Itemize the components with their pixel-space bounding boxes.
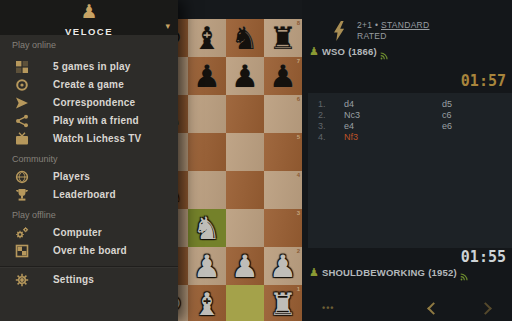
sidebar-item-label: 5 games in play (53, 61, 130, 72)
top-player-row[interactable]: ♟ WSO (1866) (309, 45, 389, 57)
section-header-play-online: Play online (0, 38, 178, 53)
paper-plane-icon (15, 95, 30, 109)
move-3-black[interactable]: e6 (442, 121, 512, 132)
move-row-2: 2.Nc3c6 (318, 110, 512, 121)
square-h2[interactable]: ♟2 (264, 247, 302, 285)
chevron-down-icon[interactable]: ▾ (165, 21, 170, 31)
game-panel: 2+1 • STANDARD RATED ♟ WSO (1866) 01:57 … (302, 0, 512, 321)
move-back-button[interactable] (407, 295, 460, 321)
account-name: VELOCE (65, 26, 113, 37)
section-header-play-offline: Play offline (0, 208, 178, 223)
square-g7[interactable]: ♟ (226, 57, 264, 95)
game-menu-button[interactable]: ••• (302, 295, 355, 321)
lightning-icon (334, 20, 345, 42)
tv-icon (15, 131, 30, 145)
square-h6[interactable]: 6 (264, 95, 302, 133)
menu-divider (0, 266, 178, 267)
rank-label-1: 1 (297, 286, 300, 292)
pawn-icon: ♟ (309, 46, 319, 57)
move-number: 3. (318, 121, 344, 132)
square-f1[interactable]: ♝ (188, 285, 226, 321)
sidebar-item-over-the-board[interactable]: Over the board (0, 241, 178, 259)
top-player-rating: (1866) (348, 46, 377, 57)
signal-icon (460, 267, 469, 276)
move-row-4: 4.Nf3 (318, 132, 512, 143)
move-forward-button[interactable] (460, 295, 512, 321)
square-f4[interactable] (188, 171, 226, 209)
square-g3[interactable] (226, 209, 264, 247)
bottom-player-clock: 01:55 (461, 248, 506, 266)
sidebar-item-players[interactable]: Players (0, 167, 178, 185)
move-list[interactable]: 1.d4d52.Nc3c63.e4e64.Nf3 (308, 93, 512, 248)
sidebar-item-label: Watch Lichess TV (53, 133, 141, 144)
top-player-name: WSO (322, 46, 345, 57)
square-h8[interactable]: ♜8 (264, 19, 302, 57)
sidebar-item-label: Settings (53, 274, 94, 285)
top-player-clock: 01:57 (461, 72, 506, 90)
piece-black-pawn[interactable]: ♟ (188, 57, 226, 95)
target-icon (15, 77, 30, 91)
piece-white-pawn[interactable]: ♟ (188, 247, 226, 285)
square-g6[interactable] (226, 95, 264, 133)
board-icon (15, 243, 30, 257)
sidebar-item-label: Computer (53, 227, 102, 238)
piece-black-bishop[interactable]: ♝ (188, 19, 226, 57)
piece-black-pawn[interactable]: ♟ (226, 57, 264, 95)
pawn-logo-icon: ♟ (0, 0, 178, 21)
sidebar-item-label: Play with a friend (53, 115, 139, 126)
sidebar-item-computer[interactable]: Computer (0, 223, 178, 241)
piece-black-knight[interactable]: ♞ (226, 19, 264, 57)
move-number: 2. (318, 110, 344, 121)
navigation-drawer: ♟ VELOCE ▾ Play online5 games in playCre… (0, 0, 178, 321)
square-h7[interactable]: ♟7 (264, 57, 302, 95)
pawn-icon: ♟ (309, 267, 319, 278)
sidebar-item-label: Leaderboard (53, 189, 116, 200)
bottom-player-rating: (1952) (428, 267, 457, 278)
bottom-player-row[interactable]: ♟ SHOULDBEWORKING (1952) (309, 266, 469, 278)
sidebar-item-create-a-game[interactable]: Create a game (0, 75, 178, 93)
toolbar-spacer (355, 295, 408, 321)
sidebar-item-watch-lichess-tv[interactable]: Watch Lichess TV (0, 129, 178, 147)
square-h1[interactable]: ♜1 (264, 285, 302, 321)
square-g4[interactable] (226, 171, 264, 209)
rank-label-8: 8 (297, 20, 300, 26)
rank-label-2: 2 (297, 248, 300, 254)
globe-icon (15, 169, 30, 183)
move-3-white[interactable]: e4 (344, 121, 442, 132)
variant-label: STANDARD (381, 20, 430, 30)
sidebar-item-label: Create a game (53, 79, 124, 90)
move-row-3: 3.e4e6 (318, 121, 512, 132)
move-number: 1. (318, 99, 344, 110)
square-g1[interactable] (226, 285, 264, 321)
rank-label-6: 6 (297, 96, 300, 102)
piece-white-bishop[interactable]: ♝ (188, 285, 226, 321)
square-f3[interactable]: ♞ (188, 209, 226, 247)
sidebar-item-label: Correspondence (53, 97, 135, 108)
game-toolbar: ••• (302, 295, 512, 321)
account-header[interactable]: ♟ VELOCE ▾ (0, 0, 178, 35)
grid-icon (15, 59, 30, 73)
rank-label-3: 3 (297, 210, 300, 216)
rank-label-5: 5 (297, 134, 300, 140)
sidebar-item-correspondence[interactable]: Correspondence (0, 93, 178, 111)
sidebar-item-settings[interactable]: Settings (0, 270, 178, 288)
square-f8[interactable]: ♝ (188, 19, 226, 57)
move-1-white[interactable]: d4 (344, 99, 442, 110)
move-2-white[interactable]: Nc3 (344, 110, 442, 121)
gear-icon (15, 272, 30, 286)
sidebar-item-leaderboard[interactable]: Leaderboard (0, 185, 178, 203)
move-number: 4. (318, 132, 344, 143)
bottom-player-name: SHOULDBEWORKING (322, 267, 425, 278)
time-control: 2+1 (357, 20, 372, 30)
rank-label-7: 7 (297, 58, 300, 64)
game-meta: 2+1 • STANDARD RATED (334, 20, 429, 42)
move-4-black[interactable] (442, 132, 512, 143)
signal-icon (380, 46, 389, 55)
section-header-community: Community (0, 152, 178, 167)
square-f2[interactable]: ♟ (188, 247, 226, 285)
sidebar-item-play-with-a-friend[interactable]: Play with a friend (0, 111, 178, 129)
sidebar-item-label: Players (53, 171, 90, 182)
square-f6[interactable] (188, 95, 226, 133)
share-icon (15, 113, 30, 127)
square-g2[interactable]: ♟ (226, 247, 264, 285)
square-f7[interactable]: ♟ (188, 57, 226, 95)
meta-separator: • (375, 20, 378, 30)
move-row-1: 1.d4d5 (318, 99, 512, 110)
back-chevron-icon (427, 302, 440, 315)
mode-label: RATED (357, 31, 387, 41)
piece-white-pawn[interactable]: ♟ (226, 247, 264, 285)
move-1-black[interactable]: d5 (442, 99, 512, 110)
square-g8[interactable]: ♞ (226, 19, 264, 57)
ellipsis-icon: ••• (322, 303, 334, 313)
square-h3[interactable]: 3 (264, 209, 302, 247)
forward-chevron-icon (479, 302, 492, 315)
sidebar-item-label: Over the board (53, 245, 127, 256)
square-f5[interactable] (188, 133, 226, 171)
game-meta-text: 2+1 • STANDARD RATED (357, 20, 429, 42)
move-4-white[interactable]: Nf3 (344, 132, 442, 143)
piece-white-knight[interactable]: ♞ (188, 209, 226, 247)
move-2-black[interactable]: c6 (442, 110, 512, 121)
square-g5[interactable] (226, 133, 264, 171)
square-h5[interactable]: 5 (264, 133, 302, 171)
trophy-icon (15, 187, 30, 201)
gears-icon (15, 225, 30, 239)
square-h4[interactable]: 4 (264, 171, 302, 209)
sidebar-item-5-games-in-play[interactable]: 5 games in play (0, 57, 178, 75)
rank-label-4: 4 (297, 172, 300, 178)
